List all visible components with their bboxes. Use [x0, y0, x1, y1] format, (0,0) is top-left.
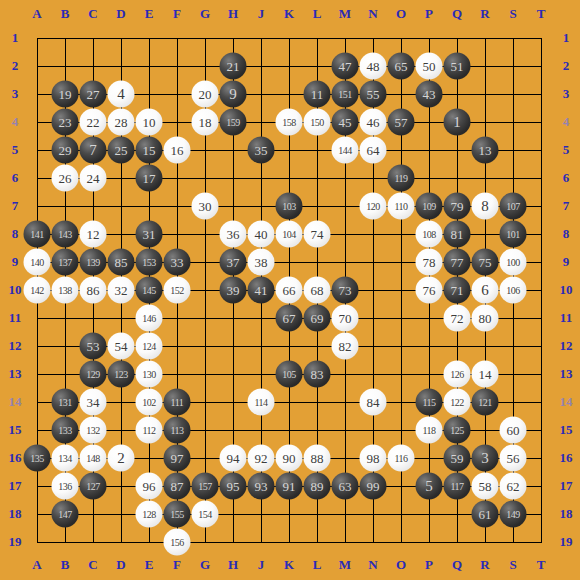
move-number: 143	[58, 229, 72, 239]
stone-g7: 30	[192, 193, 219, 220]
stone-d16: 2	[108, 445, 135, 472]
move-number: 102	[142, 397, 156, 407]
move-number: 80	[479, 312, 492, 325]
move-number: 11	[311, 88, 324, 101]
stone-f18: 155	[164, 501, 191, 528]
column-label-top: P	[425, 6, 433, 22]
move-number: 9	[229, 87, 237, 102]
column-label-bottom: F	[173, 557, 181, 573]
stone-l11: 69	[304, 305, 331, 332]
move-number: 129	[86, 369, 100, 379]
move-number: 135	[30, 453, 44, 463]
stone-h2: 21	[220, 53, 247, 80]
move-number: 120	[366, 201, 380, 211]
move-number: 137	[58, 257, 72, 267]
column-label-top: Q	[452, 6, 462, 22]
move-number: 55	[367, 88, 380, 101]
stone-r16: 3	[472, 445, 499, 472]
row-label-right: 19	[560, 534, 573, 550]
row-label-left: 10	[9, 282, 22, 298]
move-number: 154	[198, 509, 212, 519]
stone-p10: 76	[416, 277, 443, 304]
move-number: 25	[115, 144, 128, 157]
move-number: 59	[451, 452, 464, 465]
move-number: 105	[282, 369, 296, 379]
move-number: 38	[255, 256, 268, 269]
move-number: 79	[451, 200, 464, 213]
move-number: 83	[311, 368, 324, 381]
move-number: 104	[282, 229, 296, 239]
column-label-top: T	[537, 6, 546, 22]
stone-r18: 61	[472, 501, 499, 528]
stone-c12: 53	[80, 333, 107, 360]
row-label-left: 19	[9, 534, 22, 550]
stone-e4: 10	[136, 109, 163, 136]
stone-e15: 112	[136, 417, 163, 444]
column-label-bottom: H	[228, 557, 238, 573]
stone-n3: 55	[360, 81, 387, 108]
stone-d10: 32	[108, 277, 135, 304]
stone-j16: 92	[248, 445, 275, 472]
stone-l13: 83	[304, 361, 331, 388]
stone-b8: 143	[52, 221, 79, 248]
stone-n14: 84	[360, 389, 387, 416]
stone-l16: 88	[304, 445, 331, 472]
stone-c14: 34	[80, 389, 107, 416]
row-label-right: 16	[560, 450, 573, 466]
move-number: 46	[367, 116, 380, 129]
stone-s9: 100	[500, 249, 527, 276]
move-number: 91	[283, 480, 296, 493]
stone-f9: 33	[164, 249, 191, 276]
row-label-right: 6	[563, 170, 570, 186]
move-number: 75	[479, 256, 492, 269]
go-board-diagram: 1234567891011121314151617181920212223242…	[0, 0, 580, 580]
stone-n16: 98	[360, 445, 387, 472]
column-label-top: G	[200, 6, 210, 22]
move-number: 33	[171, 256, 184, 269]
stone-d4: 28	[108, 109, 135, 136]
move-number: 15	[143, 144, 156, 157]
stone-a10: 142	[24, 277, 51, 304]
move-number: 21	[227, 60, 240, 73]
move-number: 95	[227, 480, 240, 493]
stone-b18: 147	[52, 501, 79, 528]
stone-q14: 122	[444, 389, 471, 416]
stone-g4: 18	[192, 109, 219, 136]
move-number: 119	[394, 173, 407, 183]
stone-q11: 72	[444, 305, 471, 332]
row-label-left: 13	[9, 366, 22, 382]
move-number: 152	[170, 285, 184, 295]
row-label-left: 4	[12, 114, 19, 130]
stone-q17: 117	[444, 473, 471, 500]
move-number: 63	[339, 480, 352, 493]
move-number: 126	[450, 369, 464, 379]
row-label-left: 5	[12, 142, 19, 158]
stone-q7: 79	[444, 193, 471, 220]
stone-c6: 24	[80, 165, 107, 192]
move-number: 53	[87, 340, 100, 353]
stone-m4: 45	[332, 109, 359, 136]
stone-j14: 114	[248, 389, 275, 416]
stone-f5: 16	[164, 137, 191, 164]
stone-k13: 105	[276, 361, 303, 388]
stone-b3: 19	[52, 81, 79, 108]
move-number: 45	[339, 116, 352, 129]
stone-l3: 11	[304, 81, 331, 108]
stone-d12: 54	[108, 333, 135, 360]
move-number: 2	[117, 451, 125, 466]
stone-m17: 63	[332, 473, 359, 500]
move-number: 134	[58, 453, 72, 463]
stone-n4: 46	[360, 109, 387, 136]
stone-h9: 37	[220, 249, 247, 276]
column-label-bottom: G	[200, 557, 210, 573]
stone-a16: 135	[24, 445, 51, 472]
column-label-bottom: T	[537, 557, 546, 573]
move-number: 100	[506, 257, 520, 267]
move-number: 101	[506, 229, 520, 239]
stone-s10: 106	[500, 277, 527, 304]
column-label-bottom: K	[284, 557, 294, 573]
row-label-right: 14	[560, 394, 573, 410]
move-number: 155	[170, 509, 184, 519]
move-number: 12	[87, 228, 100, 241]
row-label-left: 16	[9, 450, 22, 466]
move-number: 51	[451, 60, 464, 73]
stone-p3: 43	[416, 81, 443, 108]
move-number: 127	[86, 481, 100, 491]
column-label-top: N	[368, 6, 377, 22]
column-label-top: B	[61, 6, 70, 22]
move-number: 67	[283, 312, 296, 325]
move-number: 132	[86, 425, 100, 435]
move-number: 13	[479, 144, 492, 157]
grid-line-vertical	[541, 38, 542, 543]
row-label-right: 5	[563, 142, 570, 158]
stone-b16: 134	[52, 445, 79, 472]
move-number: 28	[115, 116, 128, 129]
move-number: 41	[255, 284, 268, 297]
stone-d9: 85	[108, 249, 135, 276]
stone-b15: 133	[52, 417, 79, 444]
move-number: 54	[115, 340, 128, 353]
row-label-left: 9	[12, 254, 19, 270]
stone-b10: 138	[52, 277, 79, 304]
column-label-top: J	[258, 6, 265, 22]
move-number: 27	[87, 88, 100, 101]
stone-b4: 23	[52, 109, 79, 136]
move-number: 116	[394, 453, 407, 463]
move-number: 94	[227, 452, 240, 465]
stone-e8: 31	[136, 221, 163, 248]
move-number: 64	[367, 144, 380, 157]
column-label-top: S	[509, 6, 516, 22]
stone-m11: 70	[332, 305, 359, 332]
move-number: 65	[395, 60, 408, 73]
move-number: 32	[115, 284, 128, 297]
stone-k7: 103	[276, 193, 303, 220]
stone-m2: 47	[332, 53, 359, 80]
stone-c8: 12	[80, 221, 107, 248]
move-number: 17	[143, 172, 156, 185]
move-number: 40	[255, 228, 268, 241]
stone-e11: 146	[136, 305, 163, 332]
stone-k8: 104	[276, 221, 303, 248]
move-number: 142	[30, 285, 44, 295]
stone-r11: 80	[472, 305, 499, 332]
move-number: 78	[423, 256, 436, 269]
move-number: 87	[171, 480, 184, 493]
column-label-top: C	[88, 6, 97, 22]
stone-b17: 136	[52, 473, 79, 500]
row-label-left: 8	[12, 226, 19, 242]
stone-s17: 62	[500, 473, 527, 500]
stone-k11: 67	[276, 305, 303, 332]
move-number: 123	[114, 369, 128, 379]
column-label-top: M	[339, 6, 351, 22]
stone-e13: 130	[136, 361, 163, 388]
move-number: 138	[58, 285, 72, 295]
stone-p15: 118	[416, 417, 443, 444]
move-number: 31	[143, 228, 156, 241]
column-label-bottom: O	[396, 557, 406, 573]
row-label-left: 2	[12, 58, 19, 74]
move-number: 107	[506, 201, 520, 211]
move-number: 140	[30, 257, 44, 267]
stone-r9: 75	[472, 249, 499, 276]
stone-c17: 127	[80, 473, 107, 500]
move-number: 90	[283, 452, 296, 465]
column-label-top: O	[396, 6, 406, 22]
column-label-top: A	[32, 6, 41, 22]
stone-d13: 123	[108, 361, 135, 388]
stone-j17: 93	[248, 473, 275, 500]
stone-m12: 82	[332, 333, 359, 360]
stone-o4: 57	[388, 109, 415, 136]
move-number: 47	[339, 60, 352, 73]
move-number: 30	[199, 200, 212, 213]
move-number: 82	[339, 340, 352, 353]
column-label-top: E	[145, 6, 154, 22]
move-number: 85	[115, 256, 128, 269]
stone-b5: 29	[52, 137, 79, 164]
stone-k4: 158	[276, 109, 303, 136]
stone-q8: 81	[444, 221, 471, 248]
move-number: 3	[481, 451, 489, 466]
move-number: 70	[339, 312, 352, 325]
stone-d5: 25	[108, 137, 135, 164]
move-number: 86	[87, 284, 100, 297]
move-number: 69	[311, 312, 324, 325]
row-label-right: 4	[563, 114, 570, 130]
move-number: 19	[59, 88, 72, 101]
move-number: 39	[227, 284, 240, 297]
move-number: 149	[506, 509, 520, 519]
stone-s18: 149	[500, 501, 527, 528]
column-label-bottom: Q	[452, 557, 462, 573]
move-number: 1	[453, 115, 461, 130]
stone-f17: 87	[164, 473, 191, 500]
column-label-top: F	[173, 6, 181, 22]
row-label-right: 1	[563, 30, 570, 46]
stone-h10: 39	[220, 277, 247, 304]
move-number: 76	[423, 284, 436, 297]
move-number: 114	[254, 397, 267, 407]
stone-s8: 101	[500, 221, 527, 248]
column-label-bottom: L	[313, 557, 322, 573]
move-number: 111	[171, 397, 184, 407]
move-number: 93	[255, 480, 268, 493]
column-label-bottom: N	[368, 557, 377, 573]
stone-q2: 51	[444, 53, 471, 80]
stone-g3: 20	[192, 81, 219, 108]
stone-c16: 148	[80, 445, 107, 472]
stone-q4: 1	[444, 109, 471, 136]
move-number: 158	[282, 117, 296, 127]
stone-q15: 125	[444, 417, 471, 444]
stone-l8: 74	[304, 221, 331, 248]
row-label-right: 3	[563, 86, 570, 102]
stone-h17: 95	[220, 473, 247, 500]
column-label-bottom: D	[116, 557, 125, 573]
row-label-left: 18	[9, 506, 22, 522]
column-label-top: R	[480, 6, 489, 22]
stone-f10: 152	[164, 277, 191, 304]
move-number: 29	[59, 144, 72, 157]
move-number: 57	[395, 116, 408, 129]
move-number: 115	[422, 397, 435, 407]
stone-c15: 132	[80, 417, 107, 444]
move-number: 148	[86, 453, 100, 463]
stone-k16: 90	[276, 445, 303, 472]
move-number: 150	[310, 117, 324, 127]
row-label-left: 6	[12, 170, 19, 186]
column-label-bottom: M	[339, 557, 351, 573]
move-number: 24	[87, 172, 100, 185]
move-number: 84	[367, 396, 380, 409]
move-number: 66	[283, 284, 296, 297]
row-label-right: 7	[563, 198, 570, 214]
stone-h8: 36	[220, 221, 247, 248]
stone-a9: 140	[24, 249, 51, 276]
move-number: 106	[506, 285, 520, 295]
move-number: 61	[479, 508, 492, 521]
move-number: 20	[199, 88, 212, 101]
column-label-top: L	[313, 6, 322, 22]
move-number: 112	[142, 425, 155, 435]
stone-s16: 56	[500, 445, 527, 472]
stone-r7: 8	[472, 193, 499, 220]
move-number: 128	[142, 509, 156, 519]
stone-c9: 139	[80, 249, 107, 276]
stone-n7: 120	[360, 193, 387, 220]
stone-h16: 94	[220, 445, 247, 472]
stone-m3: 151	[332, 81, 359, 108]
stone-r5: 13	[472, 137, 499, 164]
stone-k10: 66	[276, 277, 303, 304]
stone-s7: 107	[500, 193, 527, 220]
stone-j5: 35	[248, 137, 275, 164]
move-number: 23	[59, 116, 72, 129]
column-label-bottom: S	[509, 557, 516, 573]
stone-r10: 6	[472, 277, 499, 304]
stone-o2: 65	[388, 53, 415, 80]
move-number: 99	[367, 480, 380, 493]
stone-e14: 102	[136, 389, 163, 416]
stone-m10: 73	[332, 277, 359, 304]
stone-b9: 137	[52, 249, 79, 276]
stone-p2: 50	[416, 53, 443, 80]
column-label-bottom: E	[145, 557, 154, 573]
row-label-right: 10	[560, 282, 573, 298]
move-number: 22	[87, 116, 100, 129]
row-label-left: 1	[12, 30, 19, 46]
row-label-right: 15	[560, 422, 573, 438]
row-label-right: 13	[560, 366, 573, 382]
stone-f15: 113	[164, 417, 191, 444]
stone-e10: 145	[136, 277, 163, 304]
row-label-right: 18	[560, 506, 573, 522]
stone-q9: 77	[444, 249, 471, 276]
move-number: 130	[142, 369, 156, 379]
move-number: 124	[142, 341, 156, 351]
move-number: 14	[479, 368, 492, 381]
move-number: 92	[255, 452, 268, 465]
row-label-right: 2	[563, 58, 570, 74]
move-number: 48	[367, 60, 380, 73]
stone-s15: 60	[500, 417, 527, 444]
stone-f14: 111	[164, 389, 191, 416]
stone-p8: 108	[416, 221, 443, 248]
stone-q10: 71	[444, 277, 471, 304]
grid-line-horizontal	[37, 514, 542, 515]
row-label-left: 14	[9, 394, 22, 410]
move-number: 36	[227, 228, 240, 241]
move-number: 72	[451, 312, 464, 325]
row-label-left: 17	[9, 478, 22, 494]
stone-c5: 7	[80, 137, 107, 164]
move-number: 117	[450, 481, 463, 491]
move-number: 147	[58, 509, 72, 519]
stone-n5: 64	[360, 137, 387, 164]
stone-r13: 14	[472, 361, 499, 388]
stone-e9: 153	[136, 249, 163, 276]
move-number: 159	[226, 117, 240, 127]
move-number: 43	[423, 88, 436, 101]
move-number: 108	[422, 229, 436, 239]
move-number: 50	[423, 60, 436, 73]
stone-p17: 5	[416, 473, 443, 500]
column-label-bottom: C	[88, 557, 97, 573]
row-label-right: 11	[560, 310, 572, 326]
move-number: 98	[367, 452, 380, 465]
move-number: 110	[394, 201, 407, 211]
move-number: 81	[451, 228, 464, 241]
stone-k17: 91	[276, 473, 303, 500]
stone-o16: 116	[388, 445, 415, 472]
stone-q13: 126	[444, 361, 471, 388]
move-number: 131	[58, 397, 72, 407]
stone-g18: 154	[192, 501, 219, 528]
move-number: 71	[451, 284, 464, 297]
stone-j8: 40	[248, 221, 275, 248]
move-number: 156	[170, 537, 184, 547]
stone-e18: 128	[136, 501, 163, 528]
row-label-right: 12	[560, 338, 573, 354]
stone-d3: 4	[108, 81, 135, 108]
